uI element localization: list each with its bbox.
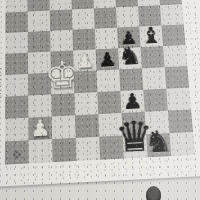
square-d6[interactable] bbox=[72, 29, 95, 51]
square-g4[interactable] bbox=[142, 67, 166, 90]
square-h4[interactable] bbox=[165, 66, 190, 89]
square-a4[interactable] bbox=[5, 74, 28, 97]
square-g3[interactable] bbox=[143, 89, 168, 112]
illegible-edge-text-icon bbox=[0, 68, 1, 99]
square-f4[interactable] bbox=[119, 68, 143, 91]
square-e5[interactable]: ♟ bbox=[96, 48, 120, 70]
square-e6[interactable] bbox=[95, 28, 118, 50]
square-f7[interactable] bbox=[116, 6, 139, 27]
square-c6[interactable] bbox=[50, 30, 73, 52]
piece-black-bishop[interactable]: ♝ bbox=[139, 24, 162, 47]
square-h3[interactable] bbox=[166, 88, 191, 111]
square-f5[interactable]: ♞ bbox=[118, 47, 142, 69]
square-d7[interactable] bbox=[72, 8, 95, 29]
board-maker-emblem-icon: ❖ bbox=[11, 148, 23, 161]
square-a5[interactable] bbox=[5, 53, 28, 75]
square-e4[interactable] bbox=[96, 69, 120, 92]
square-a7[interactable] bbox=[5, 12, 27, 33]
square-d4[interactable] bbox=[74, 71, 98, 94]
square-c4[interactable]: ♚ bbox=[51, 72, 74, 95]
piece-black-knight[interactable]: ♞ bbox=[144, 126, 173, 157]
square-d3[interactable] bbox=[74, 92, 98, 115]
square-h7[interactable] bbox=[160, 4, 184, 25]
square-b6[interactable] bbox=[28, 31, 51, 53]
piece-black-pawn[interactable]: ♟ bbox=[122, 91, 143, 113]
square-e3[interactable] bbox=[97, 91, 121, 114]
square-h5[interactable] bbox=[163, 45, 187, 67]
square-g6[interactable]: ♝ bbox=[139, 25, 163, 47]
square-c3[interactable] bbox=[51, 93, 75, 116]
square-b2[interactable]: ♟ bbox=[28, 117, 52, 141]
square-d1[interactable] bbox=[76, 137, 100, 161]
square-a2[interactable] bbox=[5, 118, 29, 142]
piece-black-knight[interactable]: ♞ bbox=[117, 44, 142, 70]
square-a1[interactable]: ❖ bbox=[5, 140, 29, 164]
square-a6[interactable] bbox=[5, 32, 28, 54]
square-h2[interactable] bbox=[168, 110, 193, 134]
square-d2[interactable] bbox=[75, 114, 99, 138]
square-g5[interactable] bbox=[141, 46, 165, 68]
piece-white-pawn[interactable]: ♟ bbox=[30, 117, 51, 141]
chess-board-sheet: ♟♝♟♟♞♚♟♟❖♛♞ bbox=[0, 0, 200, 187]
square-e7[interactable] bbox=[94, 7, 117, 28]
square-b7[interactable] bbox=[28, 11, 50, 32]
square-h6[interactable] bbox=[161, 24, 185, 46]
square-a3[interactable] bbox=[5, 96, 28, 119]
board-photo-scene: ♟♝♟♟♞♚♟♟❖♛♞ bbox=[0, 0, 200, 200]
square-c1[interactable] bbox=[52, 138, 76, 162]
square-f3[interactable]: ♟ bbox=[120, 90, 144, 113]
piece-black-pawn[interactable]: ♟ bbox=[98, 50, 118, 70]
offboard-captured-piece bbox=[146, 186, 161, 200]
square-g1[interactable]: ♞ bbox=[146, 133, 171, 157]
square-c7[interactable] bbox=[50, 9, 73, 30]
board-grid: ♟♝♟♟♞♚♟♟❖♛♞ bbox=[5, 0, 195, 165]
square-h1[interactable] bbox=[170, 132, 195, 156]
square-b1[interactable] bbox=[29, 139, 53, 163]
square-c2[interactable] bbox=[52, 115, 76, 139]
